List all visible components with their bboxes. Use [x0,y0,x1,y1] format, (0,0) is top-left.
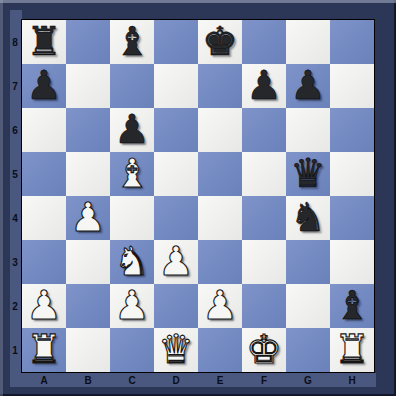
rank-label-8: 8 [8,20,22,64]
square-b2[interactable] [66,284,110,328]
square-e4[interactable] [198,196,242,240]
rank-label-4: 4 [8,196,22,240]
square-d3[interactable]: ♟ [154,240,198,284]
square-f4[interactable] [242,196,286,240]
square-h8[interactable] [330,20,374,64]
file-labels: ABCDEFGH [22,374,374,387]
square-c4[interactable] [110,196,154,240]
square-b1[interactable] [66,328,110,372]
square-e1[interactable] [198,328,242,372]
white-pawn[interactable]: ♟ [198,284,242,328]
square-a3[interactable] [22,240,66,284]
square-c5[interactable]: ♝ [110,152,154,196]
square-h2[interactable]: ♝ [330,284,374,328]
square-d8[interactable] [154,20,198,64]
rank-label-6: 6 [8,108,22,152]
file-label-d: D [154,374,198,387]
square-g2[interactable] [286,284,330,328]
rank-labels: 87654321 [8,20,22,372]
square-a5[interactable] [22,152,66,196]
black-pawn[interactable]: ♟ [286,64,330,108]
square-b6[interactable] [66,108,110,152]
square-h1[interactable]: ♜ [330,328,374,372]
square-d1[interactable]: ♛ [154,328,198,372]
white-rook[interactable]: ♜ [330,328,374,372]
rank-label-7: 7 [8,64,22,108]
square-a6[interactable] [22,108,66,152]
square-h3[interactable] [330,240,374,284]
square-g1[interactable] [286,328,330,372]
square-e5[interactable] [198,152,242,196]
square-e6[interactable] [198,108,242,152]
square-c8[interactable]: ♝ [110,20,154,64]
square-f1[interactable]: ♚ [242,328,286,372]
square-g3[interactable] [286,240,330,284]
square-c2[interactable]: ♟ [110,284,154,328]
square-b7[interactable] [66,64,110,108]
square-b5[interactable] [66,152,110,196]
file-label-h: H [330,374,374,387]
black-pawn[interactable]: ♟ [242,64,286,108]
square-a4[interactable] [22,196,66,240]
white-pawn[interactable]: ♟ [66,196,110,240]
rank-label-5: 5 [8,152,22,196]
black-pawn[interactable]: ♟ [22,64,66,108]
square-c7[interactable] [110,64,154,108]
white-pawn[interactable]: ♟ [22,284,66,328]
square-e8[interactable]: ♚ [198,20,242,64]
file-label-c: C [110,374,154,387]
white-knight[interactable]: ♞ [110,240,154,284]
file-label-b: B [66,374,110,387]
square-d7[interactable] [154,64,198,108]
square-g5[interactable]: ♛ [286,152,330,196]
square-g7[interactable]: ♟ [286,64,330,108]
square-b8[interactable] [66,20,110,64]
square-f8[interactable] [242,20,286,64]
square-h5[interactable] [330,152,374,196]
file-label-e: E [198,374,242,387]
black-king[interactable]: ♚ [198,20,242,64]
square-e3[interactable] [198,240,242,284]
square-d6[interactable] [154,108,198,152]
white-rook[interactable]: ♜ [22,328,66,372]
square-c1[interactable] [110,328,154,372]
square-f3[interactable] [242,240,286,284]
square-d2[interactable] [154,284,198,328]
chessboard-frame: 87654321 ABCDEFGH ♜♝♚♟♟♟♟♝♛♟♞♞♟♟♟♟♝♜♛♚♜ [0,0,396,396]
square-c3[interactable]: ♞ [110,240,154,284]
square-c6[interactable]: ♟ [110,108,154,152]
square-f5[interactable] [242,152,286,196]
square-b3[interactable] [66,240,110,284]
rank-label-2: 2 [8,284,22,328]
black-bishop[interactable]: ♝ [330,284,374,328]
black-bishop[interactable]: ♝ [110,20,154,64]
black-knight[interactable]: ♞ [286,196,330,240]
white-king[interactable]: ♚ [242,328,286,372]
square-d5[interactable] [154,152,198,196]
black-pawn[interactable]: ♟ [110,108,154,152]
rank-label-1: 1 [8,328,22,372]
white-pawn[interactable]: ♟ [154,240,198,284]
white-pawn[interactable]: ♟ [110,284,154,328]
square-h6[interactable] [330,108,374,152]
square-g6[interactable] [286,108,330,152]
square-a2[interactable]: ♟ [22,284,66,328]
square-b4[interactable]: ♟ [66,196,110,240]
square-h4[interactable] [330,196,374,240]
chess-board: ♜♝♚♟♟♟♟♝♛♟♞♞♟♟♟♟♝♜♛♚♜ [21,19,375,373]
square-f6[interactable] [242,108,286,152]
square-h7[interactable] [330,64,374,108]
square-f2[interactable] [242,284,286,328]
black-rook[interactable]: ♜ [22,20,66,64]
square-g4[interactable]: ♞ [286,196,330,240]
white-queen[interactable]: ♛ [154,328,198,372]
square-e2[interactable]: ♟ [198,284,242,328]
file-label-f: F [242,374,286,387]
file-label-g: G [286,374,330,387]
rank-label-3: 3 [8,240,22,284]
black-queen[interactable]: ♛ [286,152,330,196]
square-f7[interactable]: ♟ [242,64,286,108]
square-a7[interactable]: ♟ [22,64,66,108]
square-a1[interactable]: ♜ [22,328,66,372]
white-bishop[interactable]: ♝ [110,152,154,196]
square-e7[interactable] [198,64,242,108]
square-a8[interactable]: ♜ [22,20,66,64]
square-g8[interactable] [286,20,330,64]
square-d4[interactable] [154,196,198,240]
file-label-a: A [22,374,66,387]
